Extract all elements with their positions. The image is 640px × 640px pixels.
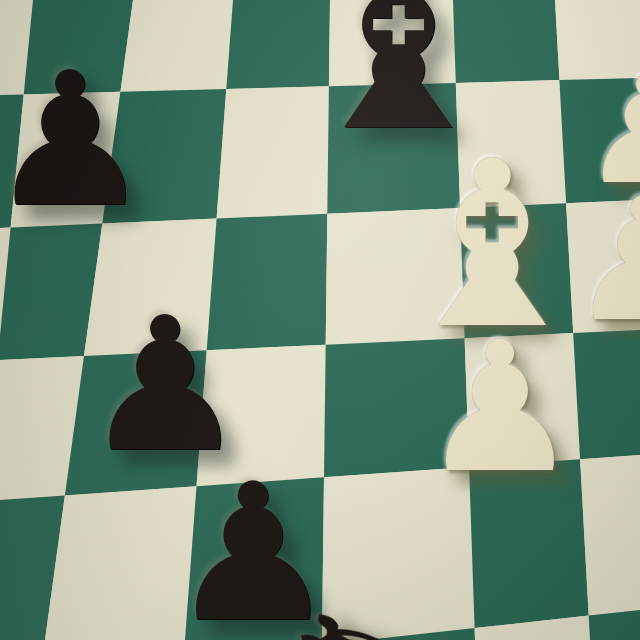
white-pawn-glyph: ♟ (410, 318, 590, 498)
chessboard-photo[interactable]: ♝♟♟♝♟♟♟♟♞ (0, 0, 640, 640)
pieces-layer: ♝♟♟♝♟♟♟♟♞ (0, 0, 640, 640)
piece-white-pawn-f5[interactable]: ♟ (410, 318, 590, 498)
piece-black-pawn-b7[interactable]: ♟ (0, 48, 163, 233)
black-pawn-glyph: ♟ (0, 48, 163, 233)
